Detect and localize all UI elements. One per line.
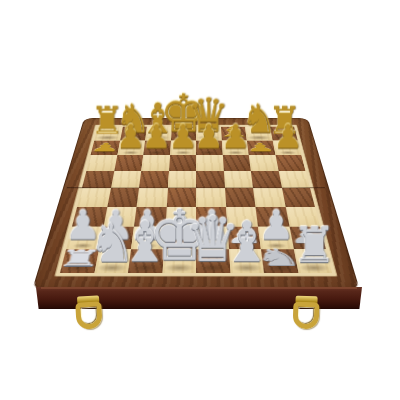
chess-set-photo: ♜♞♝♚♛♝♞♜♟♟♟♟♟♟♟♟♟♟♟♟♟♟♟♟♜♞♝♚♛♝♞♜ <box>0 0 400 400</box>
board-grid: ♜♞♝♚♛♝♞♜♟♟♟♟♟♟♟♟♟♟♟♟♟♟♟♟♜♞♝♚♛♝♞♜ <box>60 127 332 273</box>
square-e1: ♛ <box>196 249 230 273</box>
square-e6 <box>196 155 223 171</box>
piece-gold-pawn: ♟ <box>194 121 224 152</box>
clasp-ring-icon <box>293 302 320 330</box>
square-b5 <box>111 171 142 188</box>
square-e7: ♟ <box>196 140 222 155</box>
square-b6 <box>114 155 143 171</box>
clasp-ring-icon <box>75 301 102 329</box>
square-c6 <box>141 155 169 171</box>
square-h6 <box>275 155 305 171</box>
square-e5 <box>196 171 225 188</box>
square-f7: ♟ <box>221 140 248 155</box>
piece-gold-pawn: ♟ <box>273 121 303 152</box>
piece-silver-rook: ♜ <box>292 222 337 269</box>
square-a6 <box>86 155 116 171</box>
square-g7: ♟ <box>247 140 275 155</box>
piece-silver-queen: ♛ <box>185 210 241 270</box>
piece-gold-pawn: ♟ <box>220 121 250 152</box>
board-scene: ♜♞♝♚♛♝♞♜♟♟♟♟♟♟♟♟♟♟♟♟♟♟♟♟♜♞♝♚♛♝♞♜ <box>0 0 400 400</box>
square-h7: ♟ <box>272 140 301 155</box>
brass-clasp-left <box>71 295 107 337</box>
square-d6 <box>169 155 196 171</box>
square-h1: ♜ <box>293 249 332 273</box>
square-f6 <box>222 155 250 171</box>
square-c5 <box>139 171 169 188</box>
chess-board: ♜♞♝♚♛♝♞♜♟♟♟♟♟♟♟♟♟♟♟♟♟♟♟♟♜♞♝♚♛♝♞♜ <box>32 118 360 291</box>
square-b1: ♞ <box>94 249 131 273</box>
brass-clasp-right <box>288 295 323 336</box>
piece-silver-knight: ♞ <box>88 219 136 270</box>
fold-seam <box>67 187 325 188</box>
square-h5 <box>278 171 310 188</box>
square-a5 <box>82 171 114 188</box>
square-d7: ♟ <box>170 140 196 155</box>
square-g5 <box>251 171 282 188</box>
square-f5 <box>223 171 253 188</box>
square-d5 <box>168 171 197 188</box>
piece-gold-pawn: ♟ <box>142 121 172 152</box>
square-c7: ♟ <box>143 140 170 155</box>
square-g6 <box>249 155 278 171</box>
